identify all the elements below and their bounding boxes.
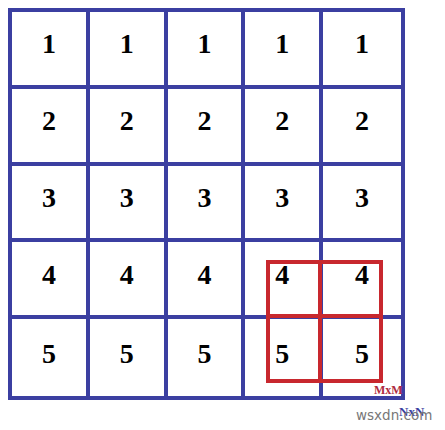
cell-number: 1 <box>355 30 369 58</box>
cell-number: 1 <box>42 30 56 58</box>
cell-number: 4 <box>42 261 56 289</box>
grid-cell-r3c2: 3 <box>90 166 168 243</box>
cell-number: 2 <box>42 107 56 135</box>
cell-number: 3 <box>355 184 369 212</box>
grid-cell-r1c5: 1 <box>323 12 401 89</box>
grid-cell-r4c1: 4 <box>12 242 90 319</box>
grid-cell-r2c3: 2 <box>168 89 246 166</box>
grid-cell-r5c1: 5 <box>12 319 90 396</box>
cell-number: 5 <box>120 340 134 368</box>
cell-number: 1 <box>197 30 211 58</box>
grid-cell-r3c1: 3 <box>12 166 90 243</box>
grid-cell-r5c3: 5 <box>168 319 246 396</box>
cell-number: 4 <box>120 261 134 289</box>
cell-number: 2 <box>355 107 369 135</box>
submatrix-label: MxM <box>374 384 403 397</box>
highlight-cell <box>322 264 379 318</box>
grid-cell-r4c2: 4 <box>90 242 168 319</box>
cell-number: 2 <box>275 107 289 135</box>
submatrix-highlight-box <box>266 260 383 383</box>
cell-number: 1 <box>120 30 134 58</box>
grid-cell-r3c5: 3 <box>323 166 401 243</box>
cell-number: 3 <box>275 184 289 212</box>
grid-cell-r2c1: 2 <box>12 89 90 166</box>
grid-cell-r4c3: 4 <box>168 242 246 319</box>
grid-cell-r1c3: 1 <box>168 12 246 89</box>
cell-number: 4 <box>197 261 211 289</box>
matrix-diagram: 1111122222333334444455555 MxM NxN wsxdn.… <box>0 0 445 430</box>
cell-number: 3 <box>120 184 134 212</box>
cell-number: 1 <box>275 30 289 58</box>
highlight-cell <box>270 318 322 379</box>
cell-number: 3 <box>197 184 211 212</box>
cell-number: 5 <box>197 340 211 368</box>
grid-cell-r1c4: 1 <box>245 12 323 89</box>
grid-cell-r2c2: 2 <box>90 89 168 166</box>
cell-number: 3 <box>42 184 56 212</box>
highlight-cell <box>322 318 379 379</box>
grid-cell-r2c5: 2 <box>323 89 401 166</box>
grid-cell-r3c3: 3 <box>168 166 246 243</box>
grid-cell-r5c2: 5 <box>90 319 168 396</box>
grid-cell-r1c1: 1 <box>12 12 90 89</box>
grid-cell-r2c4: 2 <box>245 89 323 166</box>
highlight-cell <box>270 264 322 318</box>
grid-cell-r3c4: 3 <box>245 166 323 243</box>
watermark-text: wsxdn.com <box>356 408 432 423</box>
cell-number: 5 <box>42 340 56 368</box>
cell-number: 2 <box>197 107 211 135</box>
grid-cell-r1c2: 1 <box>90 12 168 89</box>
cell-number: 2 <box>120 107 134 135</box>
